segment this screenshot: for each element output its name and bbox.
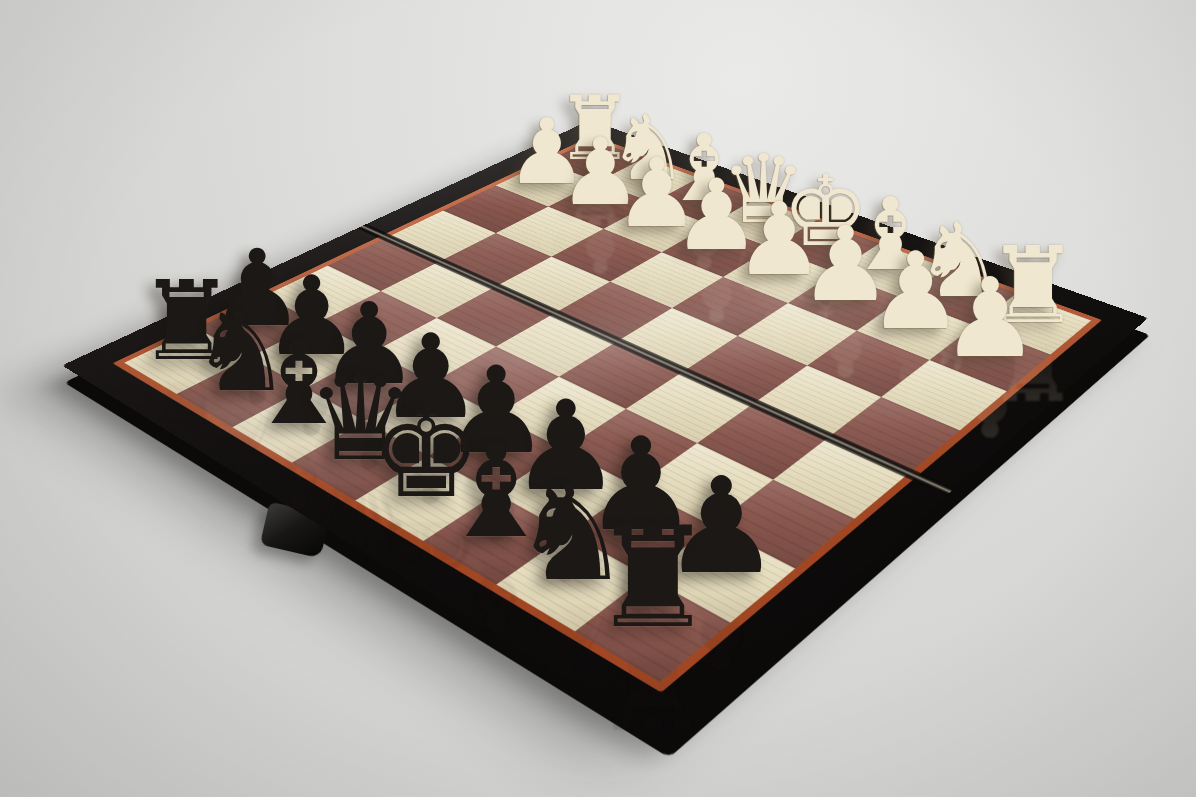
piece-black-rook-h8[interactable]: ♜ <box>591 509 715 648</box>
scene-background: ♜♜♞♞♝♝♛♛♚♚♝♝♞♞♜♜♟♟♟♟♟♟♟♟♟♟♟♟♟♟♟♟♟♟♟♟♟♟♟♟… <box>0 0 1196 797</box>
pieces-layer: ♜♜♞♞♝♝♛♛♚♚♝♝♞♞♜♜♟♟♟♟♟♟♟♟♟♟♟♟♟♟♟♟♟♟♟♟♟♟♟♟… <box>0 0 1196 797</box>
piece-white-pawn-h2[interactable]: ♟ <box>941 264 1039 374</box>
